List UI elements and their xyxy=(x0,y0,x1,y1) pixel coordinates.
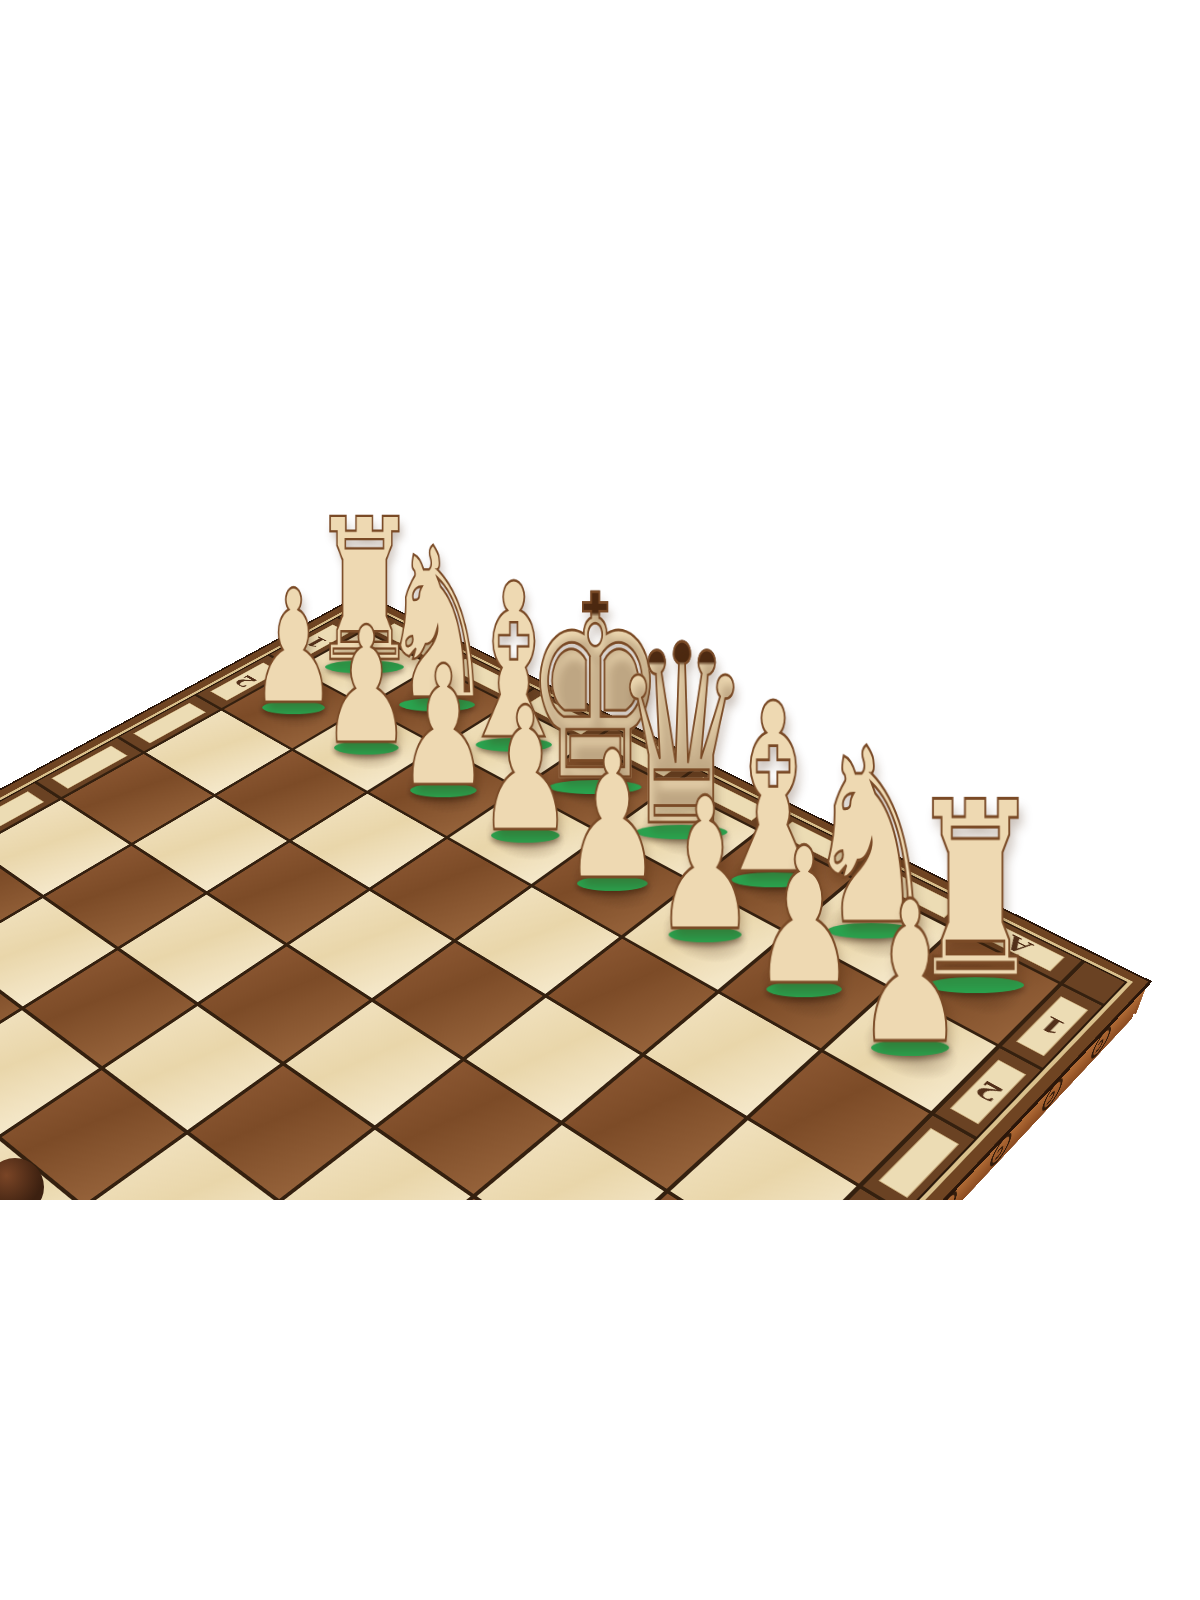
border-cell xyxy=(762,813,875,877)
border-panel xyxy=(777,822,860,868)
perspective-scene: 2♟♟♟♟♟♟♟♟21♜♞♝♛♚♝♞♜1A xyxy=(0,380,1200,1200)
chess-set-photo: 2♟♟♟♟♟♟♟♟21♜♞♝♛♚♝♞♜1A xyxy=(0,380,1200,1200)
file-label: A xyxy=(999,931,1037,958)
border-panel: 2 xyxy=(210,662,280,700)
spiral-motif-icon xyxy=(1039,1072,1066,1118)
piece-shadow xyxy=(811,893,932,971)
spiral-motif-icon xyxy=(931,1184,960,1200)
piece-shadow xyxy=(389,759,498,824)
border-cell xyxy=(590,728,694,784)
rank-label-h-file-edge: 1 xyxy=(300,634,332,651)
product-photo-canvas: 2♟♟♟♟♟♟♟♟21♜♞♝♛♚♝♞♜1A xyxy=(0,0,1200,1600)
chess-board: 2♟♟♟♟♟♟♟♟21♜♞♝♛♚♝♞♜1A xyxy=(0,593,1152,1200)
piece-shadow xyxy=(242,680,345,738)
board-grid: 2♟♟♟♟♟♟♟♟21♜♞♝♛♚♝♞♜1A xyxy=(0,603,1128,1200)
rank-label-a-file-edge: 1 xyxy=(1034,1011,1072,1040)
rank-label-a-file-edge: 2 xyxy=(969,1076,1009,1107)
spiral-motif-icon xyxy=(1088,1020,1115,1064)
rank-label-h-file-edge: 2 xyxy=(229,672,262,690)
spiral-motif-icon xyxy=(987,1126,1015,1173)
border-panel xyxy=(51,746,127,789)
